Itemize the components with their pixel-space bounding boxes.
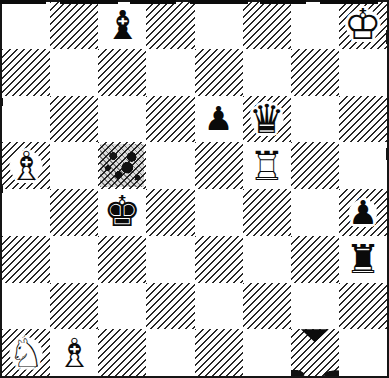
square-c7[interactable] [98, 49, 146, 96]
square-b4[interactable] [50, 189, 98, 236]
square-g8[interactable] [291, 2, 339, 49]
square-e1[interactable] [195, 329, 243, 376]
square-e8[interactable] [195, 2, 243, 49]
square-h3[interactable]: ♜ [339, 236, 387, 283]
square-c5[interactable] [98, 142, 146, 189]
white-bishop: ♗ [52, 332, 96, 374]
square-c6[interactable] [98, 96, 146, 143]
square-h6[interactable] [339, 96, 387, 143]
black-bishop: ♝ [100, 4, 144, 46]
black-pawn: ♟ [344, 195, 382, 230]
square-f4[interactable] [243, 189, 291, 236]
square-c8[interactable]: ♝ [98, 2, 146, 49]
square-h2[interactable] [339, 283, 387, 330]
square-b3[interactable] [50, 236, 98, 283]
square-b8[interactable] [50, 2, 98, 49]
white-knight: ♘ [4, 332, 48, 374]
square-b1[interactable]: ♗ [50, 329, 98, 376]
square-c2[interactable] [98, 283, 146, 330]
square-d3[interactable] [146, 236, 194, 283]
square-a2[interactable] [2, 283, 50, 330]
print-speck [0, 98, 3, 106]
square-a1[interactable]: ♘ [2, 329, 50, 376]
square-b5[interactable] [50, 142, 98, 189]
square-a7[interactable] [2, 49, 50, 96]
black-queen: ♛ [245, 98, 289, 140]
square-e3[interactable] [195, 236, 243, 283]
square-f1[interactable] [243, 329, 291, 376]
square-f7[interactable] [243, 49, 291, 96]
square-b7[interactable] [50, 49, 98, 96]
square-h1[interactable] [339, 329, 387, 376]
square-g2[interactable] [291, 283, 339, 330]
torn-top-rule [0, 0, 389, 4]
square-c1[interactable] [98, 329, 146, 376]
chess-board: ♝♔♟♛♗♖♚♟♜♘♗ [0, 0, 389, 378]
square-b6[interactable] [50, 96, 98, 143]
white-bishop: ♗ [4, 145, 48, 187]
square-e7[interactable] [195, 49, 243, 96]
square-f8[interactable] [243, 2, 291, 49]
square-a5[interactable]: ♗ [2, 142, 50, 189]
square-f3[interactable] [243, 236, 291, 283]
square-g4[interactable] [291, 189, 339, 236]
chess-diagram: ♝♔♟♛♗♖♚♟♜♘♗ [0, 0, 389, 378]
white-king: ♔ [340, 3, 386, 47]
square-g6[interactable] [291, 96, 339, 143]
square-g5[interactable] [291, 142, 339, 189]
square-g7[interactable] [291, 49, 339, 96]
square-d2[interactable] [146, 283, 194, 330]
square-d5[interactable] [146, 142, 194, 189]
square-g1[interactable] [291, 329, 339, 376]
print-speck [0, 186, 3, 193]
square-h8[interactable]: ♔ [339, 2, 387, 49]
square-f2[interactable] [243, 283, 291, 330]
square-a4[interactable] [2, 189, 50, 236]
square-h7[interactable] [339, 49, 387, 96]
square-b2[interactable] [50, 283, 98, 330]
square-d7[interactable] [146, 49, 194, 96]
square-h5[interactable] [339, 142, 387, 189]
square-e6[interactable]: ♟ [195, 96, 243, 143]
black-king: ♚ [99, 190, 145, 234]
square-c3[interactable] [98, 236, 146, 283]
square-h4[interactable]: ♟ [339, 189, 387, 236]
square-d4[interactable] [146, 189, 194, 236]
square-d1[interactable] [146, 329, 194, 376]
white-rook: ♖ [245, 145, 289, 187]
square-f6[interactable]: ♛ [243, 96, 291, 143]
black-rook: ♜ [341, 238, 385, 280]
square-e5[interactable] [195, 142, 243, 189]
square-e2[interactable] [195, 283, 243, 330]
square-c4[interactable]: ♚ [98, 189, 146, 236]
square-a3[interactable] [2, 236, 50, 283]
square-a6[interactable] [2, 96, 50, 143]
square-d6[interactable] [146, 96, 194, 143]
square-e4[interactable] [195, 189, 243, 236]
square-g3[interactable] [291, 236, 339, 283]
square-f5[interactable]: ♖ [243, 142, 291, 189]
square-a8[interactable] [2, 2, 50, 49]
square-d8[interactable] [146, 2, 194, 49]
black-pawn: ♟ [200, 101, 238, 136]
